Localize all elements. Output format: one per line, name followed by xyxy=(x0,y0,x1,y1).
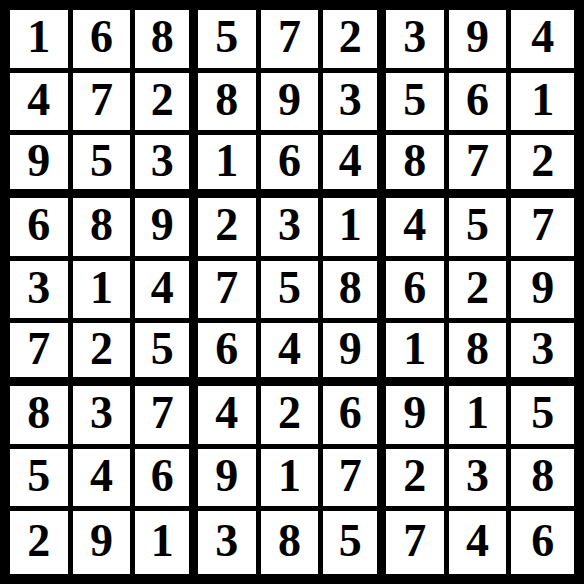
cell-r2c2[interactable]: 7 xyxy=(73,73,136,136)
cell-r7c6[interactable]: 6 xyxy=(323,386,386,449)
cell-r5c4[interactable]: 7 xyxy=(198,261,261,324)
cell-r8c8[interactable]: 3 xyxy=(449,449,512,512)
cell-r1c4[interactable]: 5 xyxy=(198,10,261,73)
cell-r7c3[interactable]: 7 xyxy=(135,386,198,449)
cell-r4c1[interactable]: 6 xyxy=(10,198,73,261)
cell-r9c8[interactable]: 4 xyxy=(449,511,512,574)
cell-r1c3[interactable]: 8 xyxy=(135,10,198,73)
cell-r2c8[interactable]: 6 xyxy=(449,73,512,136)
cell-r5c5[interactable]: 5 xyxy=(261,261,324,324)
cell-r7c4[interactable]: 4 xyxy=(198,386,261,449)
cell-r8c7[interactable]: 2 xyxy=(386,449,449,512)
cell-r9c5[interactable]: 8 xyxy=(261,511,324,574)
cell-r6c3[interactable]: 5 xyxy=(135,323,198,386)
cell-r8c2[interactable]: 4 xyxy=(73,449,136,512)
cell-r1c1[interactable]: 1 xyxy=(10,10,73,73)
cell-r8c6[interactable]: 7 xyxy=(323,449,386,512)
cell-r4c9[interactable]: 7 xyxy=(511,198,574,261)
cell-r3c1[interactable]: 9 xyxy=(10,135,73,198)
cell-r3c9[interactable]: 2 xyxy=(511,135,574,198)
cell-r9c1[interactable]: 2 xyxy=(10,511,73,574)
cell-r3c8[interactable]: 7 xyxy=(449,135,512,198)
cell-r6c9[interactable]: 3 xyxy=(511,323,574,386)
cell-r9c7[interactable]: 7 xyxy=(386,511,449,574)
cell-r5c1[interactable]: 3 xyxy=(10,261,73,324)
cell-r3c5[interactable]: 6 xyxy=(261,135,324,198)
cell-r5c8[interactable]: 2 xyxy=(449,261,512,324)
cell-r7c2[interactable]: 3 xyxy=(73,386,136,449)
sudoku-page: 1685723944728935619531648726892314573147… xyxy=(0,0,584,584)
cell-r4c6[interactable]: 1 xyxy=(323,198,386,261)
cell-r4c4[interactable]: 2 xyxy=(198,198,261,261)
cell-r2c6[interactable]: 3 xyxy=(323,73,386,136)
cell-r2c4[interactable]: 8 xyxy=(198,73,261,136)
cell-r2c1[interactable]: 4 xyxy=(10,73,73,136)
cell-r2c5[interactable]: 9 xyxy=(261,73,324,136)
cell-r8c5[interactable]: 1 xyxy=(261,449,324,512)
cell-r2c9[interactable]: 1 xyxy=(511,73,574,136)
cell-r8c3[interactable]: 6 xyxy=(135,449,198,512)
cell-r1c8[interactable]: 9 xyxy=(449,10,512,73)
cell-r9c9[interactable]: 6 xyxy=(511,511,574,574)
cell-r8c9[interactable]: 8 xyxy=(511,449,574,512)
cell-r1c6[interactable]: 2 xyxy=(323,10,386,73)
cell-r4c5[interactable]: 3 xyxy=(261,198,324,261)
cell-r6c4[interactable]: 6 xyxy=(198,323,261,386)
cell-r5c3[interactable]: 4 xyxy=(135,261,198,324)
cell-r4c8[interactable]: 5 xyxy=(449,198,512,261)
cell-r4c7[interactable]: 4 xyxy=(386,198,449,261)
cell-r2c7[interactable]: 5 xyxy=(386,73,449,136)
sudoku-board: 1685723944728935619531648726892314573147… xyxy=(0,0,584,584)
cell-r8c1[interactable]: 5 xyxy=(10,449,73,512)
cell-r3c3[interactable]: 3 xyxy=(135,135,198,198)
cell-r7c7[interactable]: 9 xyxy=(386,386,449,449)
cell-r1c9[interactable]: 4 xyxy=(511,10,574,73)
cell-r6c2[interactable]: 2 xyxy=(73,323,136,386)
cell-r5c2[interactable]: 1 xyxy=(73,261,136,324)
cell-r5c9[interactable]: 9 xyxy=(511,261,574,324)
cell-r3c4[interactable]: 1 xyxy=(198,135,261,198)
cell-r6c5[interactable]: 4 xyxy=(261,323,324,386)
cell-r9c3[interactable]: 1 xyxy=(135,511,198,574)
cell-r6c8[interactable]: 8 xyxy=(449,323,512,386)
cell-r3c6[interactable]: 4 xyxy=(323,135,386,198)
cell-r6c6[interactable]: 9 xyxy=(323,323,386,386)
cell-r9c6[interactable]: 5 xyxy=(323,511,386,574)
cell-r5c7[interactable]: 6 xyxy=(386,261,449,324)
cell-r7c9[interactable]: 5 xyxy=(511,386,574,449)
cell-r8c4[interactable]: 9 xyxy=(198,449,261,512)
cell-r9c4[interactable]: 3 xyxy=(198,511,261,574)
cell-r1c7[interactable]: 3 xyxy=(386,10,449,73)
cell-r7c1[interactable]: 8 xyxy=(10,386,73,449)
cell-r2c3[interactable]: 2 xyxy=(135,73,198,136)
cell-r7c5[interactable]: 2 xyxy=(261,386,324,449)
cell-r9c2[interactable]: 9 xyxy=(73,511,136,574)
cell-r1c2[interactable]: 6 xyxy=(73,10,136,73)
cell-r5c6[interactable]: 8 xyxy=(323,261,386,324)
cell-r6c7[interactable]: 1 xyxy=(386,323,449,386)
cell-r4c2[interactable]: 8 xyxy=(73,198,136,261)
cell-r7c8[interactable]: 1 xyxy=(449,386,512,449)
cell-r3c7[interactable]: 8 xyxy=(386,135,449,198)
cell-r4c3[interactable]: 9 xyxy=(135,198,198,261)
cell-r3c2[interactable]: 5 xyxy=(73,135,136,198)
cell-r1c5[interactable]: 7 xyxy=(261,10,324,73)
cell-r6c1[interactable]: 7 xyxy=(10,323,73,386)
